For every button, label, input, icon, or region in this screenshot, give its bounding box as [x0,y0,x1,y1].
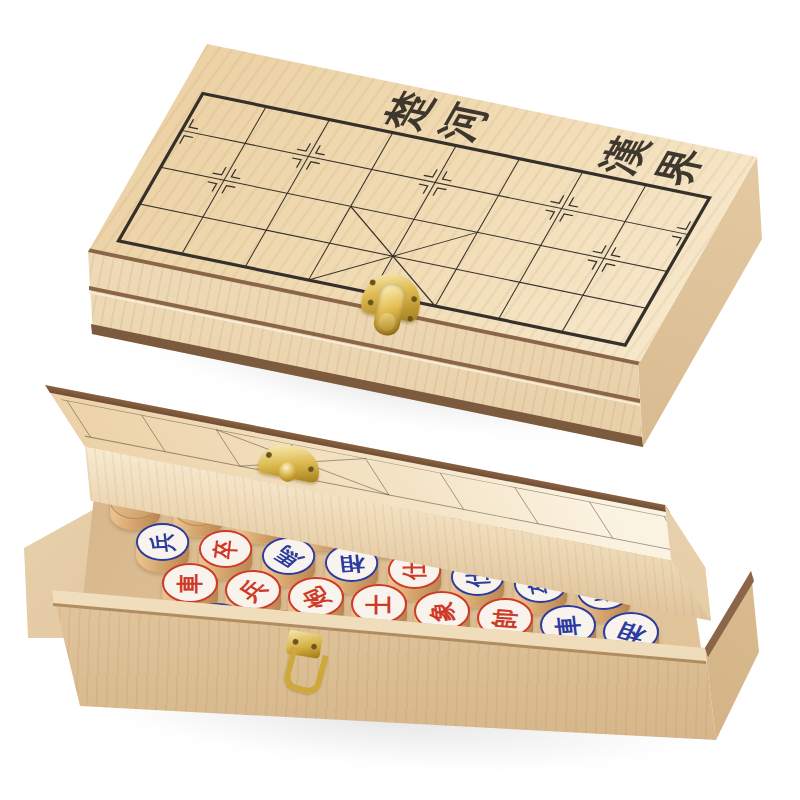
piece-character: 兵 [149,532,177,553]
piece-character: 車 [553,614,582,636]
product-photo-stage: 楚河 漢界 兵卒馬相仕仕卒卒車兵炮士象帥車相車兵卒兵將馬炮炮 [0,0,800,800]
piece-character: 帥 [490,607,519,629]
piece-character: 卒 [212,539,240,560]
piece-character: 相 [338,553,366,574]
piece-character: 兵 [234,576,272,604]
open-lid-brass-hasp [253,435,324,500]
piece-character: 象 [427,600,456,622]
piece-top-face: 車 [162,563,218,603]
piece-character: 士 [366,594,393,614]
brass-latch-hasp [344,263,440,363]
piece-top-face: 兵 [136,523,189,561]
piece-character: 馬 [271,543,307,570]
piece-character: 車 [177,573,204,593]
piece-character: 炮 [298,583,335,610]
